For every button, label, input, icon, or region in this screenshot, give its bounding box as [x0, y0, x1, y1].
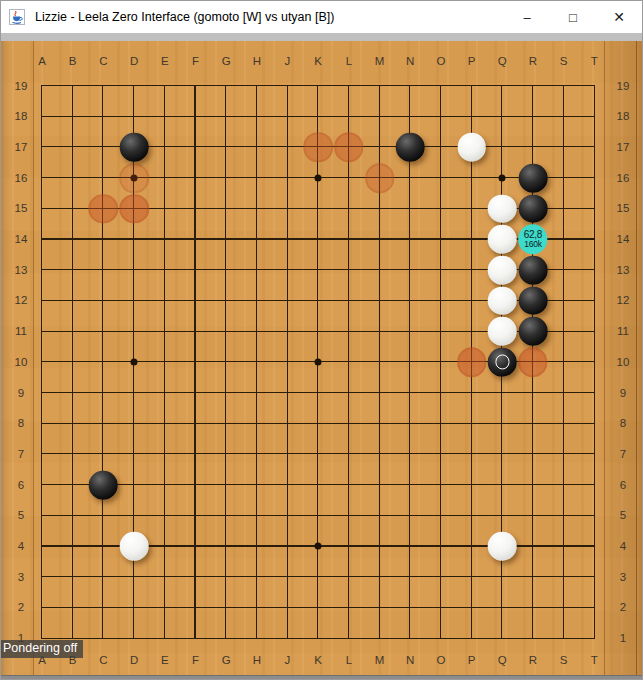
intersection-H9[interactable] — [241, 378, 272, 409]
intersection-R6[interactable] — [518, 470, 549, 501]
intersection-Q11[interactable] — [487, 316, 518, 347]
intersection-N15[interactable] — [395, 193, 426, 224]
intersection-M9[interactable] — [364, 378, 395, 409]
intersection-A11[interactable] — [27, 316, 58, 347]
intersection-L3[interactable] — [334, 562, 365, 593]
candidate-move-M16[interactable] — [365, 163, 395, 193]
intersection-H5[interactable] — [241, 500, 272, 531]
intersection-T7[interactable] — [579, 439, 610, 470]
intersection-C19[interactable] — [88, 71, 119, 102]
intersection-T14[interactable] — [579, 224, 610, 255]
intersection-O2[interactable] — [426, 592, 457, 623]
intersection-H15[interactable] — [241, 193, 272, 224]
intersection-B8[interactable] — [57, 408, 88, 439]
intersection-M15[interactable] — [364, 193, 395, 224]
intersection-D4[interactable] — [119, 531, 150, 562]
intersection-D8[interactable] — [119, 408, 150, 439]
intersection-Q9[interactable] — [487, 378, 518, 409]
intersection-B9[interactable] — [57, 378, 88, 409]
intersection-M11[interactable] — [364, 316, 395, 347]
intersection-M8[interactable] — [364, 408, 395, 439]
intersection-C18[interactable] — [88, 101, 119, 132]
intersection-K2[interactable] — [303, 592, 334, 623]
intersection-L7[interactable] — [334, 439, 365, 470]
intersection-C8[interactable] — [88, 408, 119, 439]
intersection-S18[interactable] — [548, 101, 579, 132]
intersection-F16[interactable] — [180, 163, 211, 194]
intersection-J2[interactable] — [272, 592, 303, 623]
intersection-H18[interactable] — [241, 101, 272, 132]
intersection-R1[interactable] — [518, 623, 549, 654]
candidate-move-P10[interactable] — [457, 347, 487, 377]
intersection-B10[interactable] — [57, 347, 88, 378]
intersection-G14[interactable] — [211, 224, 242, 255]
intersection-S9[interactable] — [548, 378, 579, 409]
intersection-O5[interactable] — [426, 500, 457, 531]
intersection-S6[interactable] — [548, 470, 579, 501]
intersection-P7[interactable] — [456, 439, 487, 470]
intersection-E9[interactable] — [149, 378, 180, 409]
intersection-H4[interactable] — [241, 531, 272, 562]
intersection-C13[interactable] — [88, 255, 119, 286]
intersection-E14[interactable] — [149, 224, 180, 255]
intersection-Q3[interactable] — [487, 562, 518, 593]
intersection-G17[interactable] — [211, 132, 242, 163]
intersection-F4[interactable] — [180, 531, 211, 562]
intersection-F11[interactable] — [180, 316, 211, 347]
intersection-T9[interactable] — [579, 378, 610, 409]
intersection-N1[interactable] — [395, 623, 426, 654]
intersection-M1[interactable] — [364, 623, 395, 654]
intersection-L5[interactable] — [334, 500, 365, 531]
intersection-K6[interactable] — [303, 470, 334, 501]
intersection-Q19[interactable] — [487, 71, 518, 102]
intersection-D3[interactable] — [119, 562, 150, 593]
intersection-F12[interactable] — [180, 285, 211, 316]
intersection-N6[interactable] — [395, 470, 426, 501]
intersection-R17[interactable] — [518, 132, 549, 163]
intersection-J14[interactable] — [272, 224, 303, 255]
intersection-J3[interactable] — [272, 562, 303, 593]
intersection-R4[interactable] — [518, 531, 549, 562]
intersection-S5[interactable] — [548, 500, 579, 531]
intersection-A4[interactable] — [27, 531, 58, 562]
intersection-C6[interactable] — [88, 470, 119, 501]
intersection-C10[interactable] — [88, 347, 119, 378]
intersection-R2[interactable] — [518, 592, 549, 623]
intersection-N3[interactable] — [395, 562, 426, 593]
intersection-O15[interactable] — [426, 193, 457, 224]
intersection-P11[interactable] — [456, 316, 487, 347]
intersection-N14[interactable] — [395, 224, 426, 255]
intersection-G13[interactable] — [211, 255, 242, 286]
best-move-badge[interactable]: 62,8160k — [518, 225, 548, 255]
intersection-N13[interactable] — [395, 255, 426, 286]
intersection-D11[interactable] — [119, 316, 150, 347]
intersection-P14[interactable] — [456, 224, 487, 255]
intersection-Q10[interactable] — [487, 347, 518, 378]
intersection-G2[interactable] — [211, 592, 242, 623]
intersection-E6[interactable] — [149, 470, 180, 501]
intersection-B7[interactable] — [57, 439, 88, 470]
intersection-C11[interactable] — [88, 316, 119, 347]
intersection-A16[interactable] — [27, 163, 58, 194]
intersection-C16[interactable] — [88, 163, 119, 194]
intersection-R8[interactable] — [518, 408, 549, 439]
intersection-F2[interactable] — [180, 592, 211, 623]
intersection-A12[interactable] — [27, 285, 58, 316]
intersection-F19[interactable] — [180, 71, 211, 102]
intersection-J15[interactable] — [272, 193, 303, 224]
intersection-G18[interactable] — [211, 101, 242, 132]
intersection-D18[interactable] — [119, 101, 150, 132]
candidate-move-D15[interactable] — [119, 194, 149, 224]
intersection-H14[interactable] — [241, 224, 272, 255]
intersection-F5[interactable] — [180, 500, 211, 531]
intersection-K18[interactable] — [303, 101, 334, 132]
intersection-F1[interactable] — [180, 623, 211, 654]
minimize-button[interactable]: – — [504, 1, 550, 33]
intersection-J5[interactable] — [272, 500, 303, 531]
intersection-T4[interactable] — [579, 531, 610, 562]
intersection-T17[interactable] — [579, 132, 610, 163]
intersection-T3[interactable] — [579, 562, 610, 593]
intersection-O6[interactable] — [426, 470, 457, 501]
intersection-D1[interactable] — [119, 623, 150, 654]
intersection-O14[interactable] — [426, 224, 457, 255]
intersection-N10[interactable] — [395, 347, 426, 378]
intersection-F6[interactable] — [180, 470, 211, 501]
intersection-C14[interactable] — [88, 224, 119, 255]
intersection-R9[interactable] — [518, 378, 549, 409]
intersection-F9[interactable] — [180, 378, 211, 409]
intersection-P12[interactable] — [456, 285, 487, 316]
intersection-P1[interactable] — [456, 623, 487, 654]
candidate-move-K17[interactable] — [303, 133, 333, 163]
intersection-K19[interactable] — [303, 71, 334, 102]
intersection-P2[interactable] — [456, 592, 487, 623]
intersection-E16[interactable] — [149, 163, 180, 194]
candidate-move-L17[interactable] — [334, 133, 364, 163]
intersection-S1[interactable] — [548, 623, 579, 654]
intersection-Q6[interactable] — [487, 470, 518, 501]
intersection-S11[interactable] — [548, 316, 579, 347]
intersection-B2[interactable] — [57, 592, 88, 623]
intersection-Q2[interactable] — [487, 592, 518, 623]
intersection-Q5[interactable] — [487, 500, 518, 531]
intersection-E2[interactable] — [149, 592, 180, 623]
intersection-M17[interactable] — [364, 132, 395, 163]
intersection-H16[interactable] — [241, 163, 272, 194]
intersection-M3[interactable] — [364, 562, 395, 593]
intersection-O12[interactable] — [426, 285, 457, 316]
intersection-B14[interactable] — [57, 224, 88, 255]
intersection-S16[interactable] — [548, 163, 579, 194]
intersection-D9[interactable] — [119, 378, 150, 409]
intersection-A6[interactable] — [27, 470, 58, 501]
intersection-L4[interactable] — [334, 531, 365, 562]
intersection-B16[interactable] — [57, 163, 88, 194]
intersection-G19[interactable] — [211, 71, 242, 102]
intersection-K5[interactable] — [303, 500, 334, 531]
intersection-O8[interactable] — [426, 408, 457, 439]
intersection-S12[interactable] — [548, 285, 579, 316]
intersection-P15[interactable] — [456, 193, 487, 224]
intersection-F7[interactable] — [180, 439, 211, 470]
intersection-T18[interactable] — [579, 101, 610, 132]
intersection-G5[interactable] — [211, 500, 242, 531]
intersection-A19[interactable] — [27, 71, 58, 102]
intersection-S15[interactable] — [548, 193, 579, 224]
intersection-A3[interactable] — [27, 562, 58, 593]
intersection-S2[interactable] — [548, 592, 579, 623]
intersection-E10[interactable] — [149, 347, 180, 378]
intersection-L2[interactable] — [334, 592, 365, 623]
intersection-T19[interactable] — [579, 71, 610, 102]
intersection-E12[interactable] — [149, 285, 180, 316]
intersection-H11[interactable] — [241, 316, 272, 347]
intersection-Q1[interactable] — [487, 623, 518, 654]
intersection-Q4[interactable] — [487, 531, 518, 562]
intersection-A5[interactable] — [27, 500, 58, 531]
intersection-F14[interactable] — [180, 224, 211, 255]
intersection-S19[interactable] — [548, 71, 579, 102]
intersection-B19[interactable] — [57, 71, 88, 102]
intersection-B13[interactable] — [57, 255, 88, 286]
intersection-N5[interactable] — [395, 500, 426, 531]
intersection-A2[interactable] — [27, 592, 58, 623]
intersection-D10[interactable] — [119, 347, 150, 378]
intersection-A8[interactable] — [27, 408, 58, 439]
intersection-R5[interactable] — [518, 500, 549, 531]
intersection-H3[interactable] — [241, 562, 272, 593]
intersection-L10[interactable] — [334, 347, 365, 378]
intersection-J18[interactable] — [272, 101, 303, 132]
intersection-R12[interactable] — [518, 285, 549, 316]
close-button[interactable]: ✕ — [596, 1, 642, 33]
intersection-E5[interactable] — [149, 500, 180, 531]
intersection-P5[interactable] — [456, 500, 487, 531]
intersection-B18[interactable] — [57, 101, 88, 132]
intersection-O1[interactable] — [426, 623, 457, 654]
intersection-L19[interactable] — [334, 71, 365, 102]
intersection-J1[interactable] — [272, 623, 303, 654]
intersection-P19[interactable] — [456, 71, 487, 102]
intersection-B6[interactable] — [57, 470, 88, 501]
intersection-F3[interactable] — [180, 562, 211, 593]
intersection-E15[interactable] — [149, 193, 180, 224]
intersection-N19[interactable] — [395, 71, 426, 102]
intersection-Q14[interactable] — [487, 224, 518, 255]
candidate-move-R10[interactable] — [518, 347, 548, 377]
intersection-H7[interactable] — [241, 439, 272, 470]
intersection-F8[interactable] — [180, 408, 211, 439]
intersection-K1[interactable] — [303, 623, 334, 654]
intersection-C7[interactable] — [88, 439, 119, 470]
intersection-D2[interactable] — [119, 592, 150, 623]
intersection-Q15[interactable] — [487, 193, 518, 224]
intersection-H2[interactable] — [241, 592, 272, 623]
intersection-G12[interactable] — [211, 285, 242, 316]
intersection-P4[interactable] — [456, 531, 487, 562]
intersection-O18[interactable] — [426, 101, 457, 132]
intersection-B15[interactable] — [57, 193, 88, 224]
intersection-H13[interactable] — [241, 255, 272, 286]
intersection-M13[interactable] — [364, 255, 395, 286]
intersection-M18[interactable] — [364, 101, 395, 132]
intersection-K10[interactable] — [303, 347, 334, 378]
intersection-O7[interactable] — [426, 439, 457, 470]
intersection-G7[interactable] — [211, 439, 242, 470]
intersection-G6[interactable] — [211, 470, 242, 501]
intersection-J6[interactable] — [272, 470, 303, 501]
intersection-T5[interactable] — [579, 500, 610, 531]
intersection-L9[interactable] — [334, 378, 365, 409]
intersection-M16[interactable] — [364, 163, 395, 194]
intersection-K7[interactable] — [303, 439, 334, 470]
intersection-G10[interactable] — [211, 347, 242, 378]
intersection-G15[interactable] — [211, 193, 242, 224]
intersection-L6[interactable] — [334, 470, 365, 501]
intersection-E1[interactable] — [149, 623, 180, 654]
intersection-B3[interactable] — [57, 562, 88, 593]
intersection-R11[interactable] — [518, 316, 549, 347]
intersection-E7[interactable] — [149, 439, 180, 470]
intersection-Q13[interactable] — [487, 255, 518, 286]
intersection-D15[interactable] — [119, 193, 150, 224]
intersection-L16[interactable] — [334, 163, 365, 194]
intersection-J7[interactable] — [272, 439, 303, 470]
intersection-S8[interactable] — [548, 408, 579, 439]
intersection-L8[interactable] — [334, 408, 365, 439]
intersection-D19[interactable] — [119, 71, 150, 102]
intersection-E17[interactable] — [149, 132, 180, 163]
intersection-T8[interactable] — [579, 408, 610, 439]
maximize-button[interactable]: □ — [550, 1, 596, 33]
intersection-Q12[interactable] — [487, 285, 518, 316]
intersection-L14[interactable] — [334, 224, 365, 255]
intersection-G11[interactable] — [211, 316, 242, 347]
intersection-T11[interactable] — [579, 316, 610, 347]
intersection-B4[interactable] — [57, 531, 88, 562]
intersection-P9[interactable] — [456, 378, 487, 409]
intersection-G4[interactable] — [211, 531, 242, 562]
intersection-J11[interactable] — [272, 316, 303, 347]
intersection-M2[interactable] — [364, 592, 395, 623]
intersection-O10[interactable] — [426, 347, 457, 378]
intersection-F13[interactable] — [180, 255, 211, 286]
intersection-K4[interactable] — [303, 531, 334, 562]
intersection-D14[interactable] — [119, 224, 150, 255]
intersection-C12[interactable] — [88, 285, 119, 316]
intersection-J8[interactable] — [272, 408, 303, 439]
intersection-J13[interactable] — [272, 255, 303, 286]
intersection-E11[interactable] — [149, 316, 180, 347]
intersection-J12[interactable] — [272, 285, 303, 316]
intersection-O17[interactable] — [426, 132, 457, 163]
intersection-H8[interactable] — [241, 408, 272, 439]
intersection-H17[interactable] — [241, 132, 272, 163]
intersection-C9[interactable] — [88, 378, 119, 409]
intersection-A17[interactable] — [27, 132, 58, 163]
intersection-C2[interactable] — [88, 592, 119, 623]
intersection-A9[interactable] — [27, 378, 58, 409]
intersection-T6[interactable] — [579, 470, 610, 501]
intersection-C5[interactable] — [88, 500, 119, 531]
intersection-R15[interactable] — [518, 193, 549, 224]
intersection-E3[interactable] — [149, 562, 180, 593]
intersection-O3[interactable] — [426, 562, 457, 593]
intersection-R14[interactable]: 62,8160k — [518, 224, 549, 255]
intersection-O9[interactable] — [426, 378, 457, 409]
intersection-Q7[interactable] — [487, 439, 518, 470]
intersection-N9[interactable] — [395, 378, 426, 409]
intersection-H6[interactable] — [241, 470, 272, 501]
intersection-K14[interactable] — [303, 224, 334, 255]
intersection-L12[interactable] — [334, 285, 365, 316]
intersection-M6[interactable] — [364, 470, 395, 501]
intersection-N17[interactable] — [395, 132, 426, 163]
intersection-S13[interactable] — [548, 255, 579, 286]
intersection-J19[interactable] — [272, 71, 303, 102]
intersection-N7[interactable] — [395, 439, 426, 470]
intersection-S4[interactable] — [548, 531, 579, 562]
intersection-R19[interactable] — [518, 71, 549, 102]
intersection-F10[interactable] — [180, 347, 211, 378]
intersection-P6[interactable] — [456, 470, 487, 501]
intersection-N16[interactable] — [395, 163, 426, 194]
intersection-N18[interactable] — [395, 101, 426, 132]
intersection-B12[interactable] — [57, 285, 88, 316]
intersection-K12[interactable] — [303, 285, 334, 316]
intersection-T15[interactable] — [579, 193, 610, 224]
intersection-D16[interactable] — [119, 163, 150, 194]
intersection-E18[interactable] — [149, 101, 180, 132]
intersection-L18[interactable] — [334, 101, 365, 132]
intersection-Q17[interactable] — [487, 132, 518, 163]
intersection-A13[interactable] — [27, 255, 58, 286]
intersection-G16[interactable] — [211, 163, 242, 194]
intersection-A7[interactable] — [27, 439, 58, 470]
intersection-N12[interactable] — [395, 285, 426, 316]
intersection-K3[interactable] — [303, 562, 334, 593]
intersection-C3[interactable] — [88, 562, 119, 593]
intersection-R7[interactable] — [518, 439, 549, 470]
intersection-C1[interactable] — [88, 623, 119, 654]
intersection-R13[interactable] — [518, 255, 549, 286]
intersection-S10[interactable] — [548, 347, 579, 378]
intersection-L13[interactable] — [334, 255, 365, 286]
intersection-B17[interactable] — [57, 132, 88, 163]
intersection-E8[interactable] — [149, 408, 180, 439]
intersection-K13[interactable] — [303, 255, 334, 286]
intersection-G1[interactable] — [211, 623, 242, 654]
intersection-R18[interactable] — [518, 101, 549, 132]
intersection-O16[interactable] — [426, 163, 457, 194]
intersection-C15[interactable] — [88, 193, 119, 224]
intersection-H12[interactable] — [241, 285, 272, 316]
intersection-O4[interactable] — [426, 531, 457, 562]
intersection-T10[interactable] — [579, 347, 610, 378]
intersection-A15[interactable] — [27, 193, 58, 224]
intersection-M14[interactable] — [364, 224, 395, 255]
intersection-L11[interactable] — [334, 316, 365, 347]
intersection-T12[interactable] — [579, 285, 610, 316]
intersection-M10[interactable] — [364, 347, 395, 378]
intersection-S14[interactable] — [548, 224, 579, 255]
intersection-K8[interactable] — [303, 408, 334, 439]
intersection-H1[interactable] — [241, 623, 272, 654]
